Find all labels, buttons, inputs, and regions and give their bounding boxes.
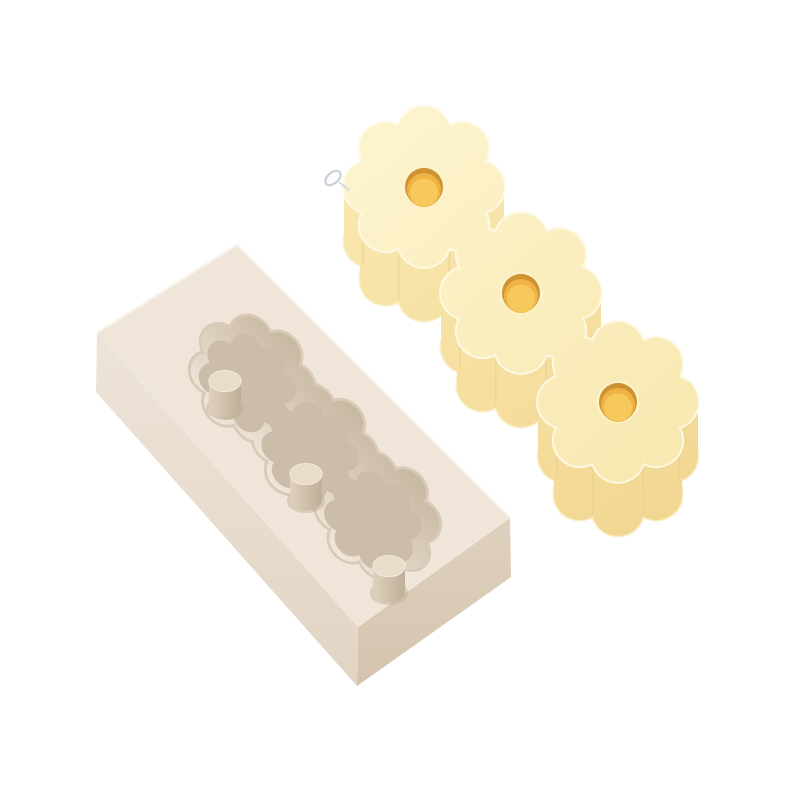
- candle-hole: [598, 382, 638, 422]
- product-photo: [0, 0, 800, 800]
- wick-post: [287, 464, 325, 514]
- post-top: [373, 556, 405, 577]
- wick-post: [206, 371, 244, 421]
- post-top: [209, 371, 241, 392]
- post-top: [290, 464, 322, 485]
- wick-post: [370, 556, 408, 606]
- candle-hole: [404, 167, 444, 207]
- candle-hole: [501, 273, 541, 313]
- scene-canvas: [0, 0, 800, 800]
